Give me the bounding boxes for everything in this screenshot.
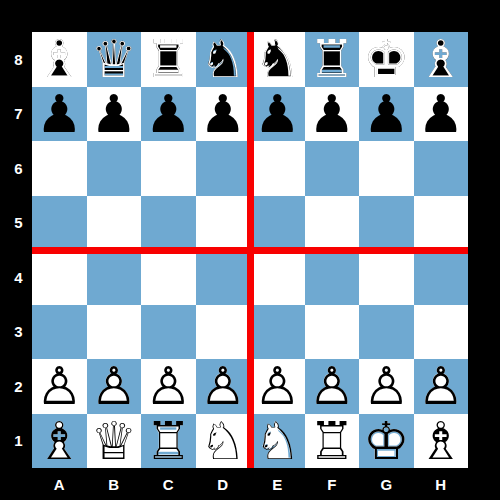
square-e3[interactable]	[250, 305, 305, 360]
piece-fill-layer: ♟	[250, 87, 305, 142]
piece-detail-layer: ♗	[32, 414, 87, 469]
square-c6[interactable]	[141, 141, 196, 196]
piece-detail-layer: ♘	[196, 32, 251, 87]
piece-white-pawn-d2: ♟♙	[196, 359, 251, 414]
piece-black-king-g8: ♚♔	[359, 32, 414, 87]
square-g6[interactable]	[359, 141, 414, 196]
square-e6[interactable]	[250, 141, 305, 196]
piece-black-pawn-d7: ♟	[196, 87, 251, 142]
square-g8[interactable]: ♚♔	[359, 32, 414, 87]
piece-black-rook-c8: ♜♖	[141, 32, 196, 87]
square-b1[interactable]: ♛♕	[87, 414, 142, 469]
square-b4[interactable]	[87, 250, 142, 305]
rank-label-6: 6	[0, 141, 32, 196]
piece-detail-layer: ♖	[141, 414, 196, 469]
square-h7[interactable]: ♟	[414, 87, 469, 142]
square-a3[interactable]	[32, 305, 87, 360]
square-c2[interactable]: ♟♙	[141, 359, 196, 414]
piece-fill-layer: ♟	[87, 87, 142, 142]
square-c4[interactable]	[141, 250, 196, 305]
piece-detail-layer: ♕	[87, 32, 142, 87]
square-g4[interactable]	[359, 250, 414, 305]
piece-white-pawn-h2: ♟♙	[414, 359, 469, 414]
piece-white-pawn-g2: ♟♙	[359, 359, 414, 414]
piece-white-bishop-h1: ♝♗	[414, 414, 469, 469]
file-label-d: D	[196, 468, 251, 500]
piece-black-bishop-a8: ♝♗	[32, 32, 87, 87]
piece-detail-layer: ♖	[141, 32, 196, 87]
piece-white-knight-e1: ♞♘	[250, 414, 305, 469]
piece-white-pawn-b2: ♟♙	[87, 359, 142, 414]
rank-labels: 87654321	[0, 32, 32, 468]
square-c8[interactable]: ♜♖	[141, 32, 196, 87]
square-f3[interactable]	[305, 305, 360, 360]
file-label-h: H	[414, 468, 469, 500]
piece-detail-layer: ♘	[196, 414, 251, 469]
square-h4[interactable]	[414, 250, 469, 305]
square-g5[interactable]	[359, 196, 414, 251]
piece-fill-layer: ♟	[305, 87, 360, 142]
square-h2[interactable]: ♟♙	[414, 359, 469, 414]
piece-black-pawn-c7: ♟	[141, 87, 196, 142]
piece-detail-layer: ♙	[32, 359, 87, 414]
rank-label-3: 3	[0, 305, 32, 360]
piece-white-queen-b1: ♛♕	[87, 414, 142, 469]
square-e4[interactable]	[250, 250, 305, 305]
piece-detail-layer: ♙	[141, 359, 196, 414]
piece-black-queen-b8: ♛♕	[87, 32, 142, 87]
piece-detail-layer: ♗	[32, 32, 87, 87]
crosshair-horizontal-line	[32, 247, 468, 254]
square-a1[interactable]: ♝♗	[32, 414, 87, 469]
square-f6[interactable]	[305, 141, 360, 196]
square-f2[interactable]: ♟♙	[305, 359, 360, 414]
piece-detail-layer: ♘	[250, 414, 305, 469]
square-b8[interactable]: ♛♕	[87, 32, 142, 87]
square-h3[interactable]	[414, 305, 469, 360]
piece-white-pawn-c2: ♟♙	[141, 359, 196, 414]
piece-detail-layer: ♖	[305, 414, 360, 469]
square-a6[interactable]	[32, 141, 87, 196]
piece-fill-layer: ♟	[359, 87, 414, 142]
square-a7[interactable]: ♟	[32, 87, 87, 142]
square-b5[interactable]	[87, 196, 142, 251]
piece-fill-layer: ♟	[141, 87, 196, 142]
piece-detail-layer: ♗	[414, 414, 469, 469]
square-e8[interactable]: ♞♘	[250, 32, 305, 87]
piece-detail-layer: ♙	[196, 359, 251, 414]
square-g7[interactable]: ♟	[359, 87, 414, 142]
piece-white-pawn-e2: ♟♙	[250, 359, 305, 414]
square-c7[interactable]: ♟	[141, 87, 196, 142]
square-f7[interactable]: ♟	[305, 87, 360, 142]
piece-black-knight-e8: ♞♘	[250, 32, 305, 87]
file-label-f: F	[305, 468, 360, 500]
piece-black-bishop-h8: ♝♗	[414, 32, 469, 87]
square-e1[interactable]: ♞♘	[250, 414, 305, 469]
piece-black-rook-f8: ♜♖	[305, 32, 360, 87]
rank-label-5: 5	[0, 196, 32, 251]
piece-black-pawn-e7: ♟	[250, 87, 305, 142]
square-d6[interactable]	[196, 141, 251, 196]
rank-label-2: 2	[0, 359, 32, 414]
file-label-b: B	[87, 468, 142, 500]
rank-label-1: 1	[0, 414, 32, 469]
piece-black-pawn-b7: ♟	[87, 87, 142, 142]
board-frame: 87654321 ABCDEFGH ♝♗♛♕♜♖♞♘♞♘♜♖♚♔♝♗♟♟♟♟♟♟…	[0, 0, 500, 500]
piece-white-rook-f1: ♜♖	[305, 414, 360, 469]
square-g3[interactable]	[359, 305, 414, 360]
square-d3[interactable]	[196, 305, 251, 360]
square-d4[interactable]	[196, 250, 251, 305]
piece-fill-layer: ♟	[196, 87, 251, 142]
piece-white-pawn-f2: ♟♙	[305, 359, 360, 414]
file-label-g: G	[359, 468, 414, 500]
piece-white-bishop-a1: ♝♗	[32, 414, 87, 469]
square-b6[interactable]	[87, 141, 142, 196]
square-b2[interactable]: ♟♙	[87, 359, 142, 414]
piece-black-pawn-f7: ♟	[305, 87, 360, 142]
square-f1[interactable]: ♜♖	[305, 414, 360, 469]
piece-black-pawn-a7: ♟	[32, 87, 87, 142]
square-g2[interactable]: ♟♙	[359, 359, 414, 414]
square-c1[interactable]: ♜♖	[141, 414, 196, 469]
rank-label-7: 7	[0, 87, 32, 142]
piece-detail-layer: ♗	[414, 32, 469, 87]
piece-detail-layer: ♘	[250, 32, 305, 87]
square-d1[interactable]: ♞♘	[196, 414, 251, 469]
piece-detail-layer: ♙	[87, 359, 142, 414]
piece-white-knight-d1: ♞♘	[196, 414, 251, 469]
file-label-c: C	[141, 468, 196, 500]
square-d2[interactable]: ♟♙	[196, 359, 251, 414]
file-label-a: A	[32, 468, 87, 500]
file-label-e: E	[250, 468, 305, 500]
square-f5[interactable]	[305, 196, 360, 251]
piece-detail-layer: ♙	[414, 359, 469, 414]
piece-detail-layer: ♔	[359, 414, 414, 469]
piece-white-king-g1: ♚♔	[359, 414, 414, 469]
piece-fill-layer: ♟	[414, 87, 469, 142]
piece-black-knight-d8: ♞♘	[196, 32, 251, 87]
square-e5[interactable]	[250, 196, 305, 251]
square-h8[interactable]: ♝♗	[414, 32, 469, 87]
square-h6[interactable]	[414, 141, 469, 196]
piece-black-pawn-h7: ♟	[414, 87, 469, 142]
square-h5[interactable]	[414, 196, 469, 251]
piece-detail-layer: ♖	[305, 32, 360, 87]
square-c3[interactable]	[141, 305, 196, 360]
square-h1[interactable]: ♝♗	[414, 414, 469, 469]
piece-black-pawn-g7: ♟	[359, 87, 414, 142]
square-f8[interactable]: ♜♖	[305, 32, 360, 87]
square-b7[interactable]: ♟	[87, 87, 142, 142]
piece-white-rook-c1: ♜♖	[141, 414, 196, 469]
rank-label-4: 4	[0, 250, 32, 305]
square-d7[interactable]: ♟	[196, 87, 251, 142]
file-labels: ABCDEFGH	[32, 468, 468, 500]
square-e7[interactable]: ♟	[250, 87, 305, 142]
rank-label-8: 8	[0, 32, 32, 87]
square-a4[interactable]	[32, 250, 87, 305]
square-d5[interactable]	[196, 196, 251, 251]
piece-detail-layer: ♔	[359, 32, 414, 87]
piece-fill-layer: ♟	[32, 87, 87, 142]
piece-detail-layer: ♙	[250, 359, 305, 414]
piece-detail-layer: ♙	[305, 359, 360, 414]
square-a5[interactable]	[32, 196, 87, 251]
square-b3[interactable]	[87, 305, 142, 360]
square-a2[interactable]: ♟♙	[32, 359, 87, 414]
piece-detail-layer: ♕	[87, 414, 142, 469]
piece-detail-layer: ♙	[359, 359, 414, 414]
square-f4[interactable]	[305, 250, 360, 305]
piece-white-pawn-a2: ♟♙	[32, 359, 87, 414]
square-c5[interactable]	[141, 196, 196, 251]
square-e2[interactable]: ♟♙	[250, 359, 305, 414]
square-g1[interactable]: ♚♔	[359, 414, 414, 469]
square-d8[interactable]: ♞♘	[196, 32, 251, 87]
square-a8[interactable]: ♝♗	[32, 32, 87, 87]
